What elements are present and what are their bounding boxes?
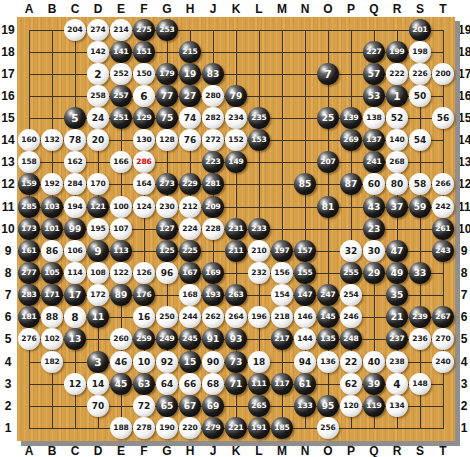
move-number: 254 bbox=[340, 284, 362, 306]
row-label-6: 6 bbox=[0, 310, 16, 324]
stone-D9[interactable]: 9 bbox=[87, 240, 109, 262]
stone-G5[interactable]: 249 bbox=[156, 328, 178, 350]
move-number: 80 bbox=[386, 173, 408, 195]
move-number: 226 bbox=[409, 63, 431, 85]
stone-A6[interactable]: 181 bbox=[18, 306, 40, 328]
stone-S16[interactable]: 50 bbox=[409, 85, 431, 107]
stone-R8[interactable]: 49 bbox=[386, 262, 408, 284]
stone-N9[interactable]: 157 bbox=[294, 240, 316, 262]
stone-J10[interactable]: 228 bbox=[202, 218, 224, 240]
stone-E9[interactable]: 113 bbox=[110, 240, 132, 262]
move-number: 235 bbox=[248, 107, 270, 129]
stone-D2[interactable]: 70 bbox=[87, 395, 109, 417]
stone-A12[interactable]: 159 bbox=[18, 173, 40, 195]
stone-K5[interactable]: 93 bbox=[225, 328, 247, 350]
stone-K13[interactable]: 149 bbox=[225, 151, 247, 173]
stone-Q18[interactable]: 227 bbox=[363, 41, 385, 63]
move-number: 224 bbox=[179, 218, 201, 240]
move-number: 240 bbox=[432, 351, 454, 373]
stone-E7[interactable]: 89 bbox=[110, 284, 132, 306]
stone-F17[interactable]: 150 bbox=[133, 63, 155, 85]
stone-C3[interactable]: 12 bbox=[64, 373, 86, 395]
stone-S14[interactable]: 54 bbox=[409, 129, 431, 151]
stone-E1[interactable]: 188 bbox=[110, 417, 132, 439]
stone-D16[interactable]: 258 bbox=[87, 85, 109, 107]
move-number: 262 bbox=[202, 306, 224, 328]
stone-S5[interactable]: 236 bbox=[409, 328, 431, 350]
stone-G1[interactable]: 190 bbox=[156, 417, 178, 439]
row-label-12: 12 bbox=[0, 177, 16, 191]
stone-T17[interactable]: 200 bbox=[432, 63, 454, 85]
stone-R17[interactable]: 222 bbox=[386, 63, 408, 85]
stone-P2[interactable]: 120 bbox=[340, 395, 362, 417]
stone-S19[interactable]: 201 bbox=[409, 19, 431, 41]
stone-H11[interactable]: 212 bbox=[179, 196, 201, 218]
stone-H2[interactable]: 67 bbox=[179, 395, 201, 417]
row-label-8: 8 bbox=[0, 266, 16, 280]
stone-P12[interactable]: 87 bbox=[340, 173, 362, 195]
move-number: 267 bbox=[432, 306, 454, 328]
move-number: 158 bbox=[18, 151, 40, 173]
stone-S3[interactable]: 148 bbox=[409, 373, 431, 395]
col-label-K: K bbox=[225, 2, 247, 16]
stone-S18[interactable]: 198 bbox=[409, 41, 431, 63]
stone-L6[interactable]: 196 bbox=[248, 306, 270, 328]
stone-G10[interactable]: 127 bbox=[156, 218, 178, 240]
move-number: 3 bbox=[87, 351, 109, 373]
stone-H17[interactable]: 19 bbox=[179, 63, 201, 85]
stone-O13[interactable]: 207 bbox=[317, 151, 339, 173]
stone-D11[interactable]: 121 bbox=[87, 196, 109, 218]
stone-D19[interactable]: 274 bbox=[87, 19, 109, 41]
stone-F12[interactable]: 164 bbox=[133, 173, 155, 195]
stone-A5[interactable]: 276 bbox=[18, 328, 40, 350]
stone-D15[interactable]: 24 bbox=[87, 107, 109, 129]
move-number: 250 bbox=[156, 306, 178, 328]
stone-H10[interactable]: 224 bbox=[179, 218, 201, 240]
move-number: 231 bbox=[225, 218, 247, 240]
stone-Q9[interactable]: 30 bbox=[363, 240, 385, 262]
stone-F5[interactable]: 259 bbox=[133, 328, 155, 350]
stone-A14[interactable]: 160 bbox=[18, 129, 40, 151]
move-number: 14 bbox=[87, 373, 109, 395]
stone-P4[interactable]: 22 bbox=[340, 351, 362, 373]
stone-T6[interactable]: 267 bbox=[432, 306, 454, 328]
stone-A10[interactable]: 173 bbox=[18, 218, 40, 240]
stone-N7[interactable]: 147 bbox=[294, 284, 316, 306]
stone-B12[interactable]: 192 bbox=[41, 173, 63, 195]
stone-N2[interactable]: 133 bbox=[294, 395, 316, 417]
stone-P3[interactable]: 62 bbox=[340, 373, 362, 395]
stone-R13[interactable]: 268 bbox=[386, 151, 408, 173]
stone-Q12[interactable]: 60 bbox=[363, 173, 385, 195]
stone-S8[interactable]: 33 bbox=[409, 262, 431, 284]
stone-R16[interactable]: 1 bbox=[386, 85, 408, 107]
stone-A7[interactable]: 283 bbox=[18, 284, 40, 306]
stone-Q3[interactable]: 39 bbox=[363, 373, 385, 395]
stone-R15[interactable]: 52 bbox=[386, 107, 408, 129]
stone-B10[interactable]: 101 bbox=[41, 218, 63, 240]
stone-T4[interactable]: 240 bbox=[432, 351, 454, 373]
stone-P6[interactable]: 246 bbox=[340, 306, 362, 328]
stone-H12[interactable]: 229 bbox=[179, 173, 201, 195]
stone-C9[interactable]: 106 bbox=[64, 240, 86, 262]
move-number: 141 bbox=[110, 41, 132, 63]
stone-R3[interactable]: 4 bbox=[386, 373, 408, 395]
stone-H9[interactable]: 225 bbox=[179, 240, 201, 262]
stone-M1[interactable]: 185 bbox=[271, 417, 293, 439]
stone-R5[interactable]: 237 bbox=[386, 328, 408, 350]
stone-J4[interactable]: 90 bbox=[202, 351, 224, 373]
stone-M8[interactable]: 156 bbox=[271, 262, 293, 284]
stone-J11[interactable]: 209 bbox=[202, 196, 224, 218]
stone-B5[interactable]: 102 bbox=[41, 328, 63, 350]
row-label-4: 4 bbox=[0, 355, 16, 369]
stone-H6[interactable]: 244 bbox=[179, 306, 201, 328]
stone-T10[interactable]: 261 bbox=[432, 218, 454, 240]
stone-G8[interactable]: 96 bbox=[156, 262, 178, 284]
stone-D3[interactable]: 14 bbox=[87, 373, 109, 395]
stone-F14[interactable]: 130 bbox=[133, 129, 155, 151]
stone-F16[interactable]: 6 bbox=[133, 85, 155, 107]
move-number: 124 bbox=[133, 196, 155, 218]
move-number: 102 bbox=[41, 328, 63, 350]
move-number: 247 bbox=[317, 284, 339, 306]
move-number: 1 bbox=[386, 85, 408, 107]
stone-K15[interactable]: 234 bbox=[225, 107, 247, 129]
move-number: 50 bbox=[409, 85, 431, 107]
stone-M9[interactable]: 197 bbox=[271, 240, 293, 262]
stone-O2[interactable]: 95 bbox=[317, 395, 339, 417]
stone-O11[interactable]: 81 bbox=[317, 196, 339, 218]
move-number: 160 bbox=[18, 129, 40, 151]
stone-N12[interactable]: 85 bbox=[294, 173, 316, 195]
stone-Q4[interactable]: 40 bbox=[363, 351, 385, 373]
stone-A13[interactable]: 158 bbox=[18, 151, 40, 173]
stone-K4[interactable]: 73 bbox=[225, 351, 247, 373]
stone-D18[interactable]: 142 bbox=[87, 41, 109, 63]
stone-H16[interactable]: 27 bbox=[179, 85, 201, 107]
stone-Q14[interactable]: 137 bbox=[363, 129, 385, 151]
stone-C10[interactable]: 99 bbox=[64, 218, 86, 240]
stone-G2[interactable]: 65 bbox=[156, 395, 178, 417]
stone-G14[interactable]: 128 bbox=[156, 129, 178, 151]
stone-G19[interactable]: 253 bbox=[156, 19, 178, 41]
stone-P14[interactable]: 269 bbox=[340, 129, 362, 151]
stone-T11[interactable]: 242 bbox=[432, 196, 454, 218]
stone-F19[interactable]: 275 bbox=[133, 19, 155, 41]
stone-O7[interactable]: 247 bbox=[317, 284, 339, 306]
stone-G6[interactable]: 250 bbox=[156, 306, 178, 328]
stone-C11[interactable]: 194 bbox=[64, 196, 86, 218]
move-number: 88 bbox=[41, 306, 63, 328]
stone-F7[interactable]: 176 bbox=[133, 284, 155, 306]
stone-L1[interactable]: 191 bbox=[248, 417, 270, 439]
stone-F6[interactable]: 16 bbox=[133, 306, 155, 328]
stone-C14[interactable]: 78 bbox=[64, 129, 86, 151]
stone-Q13[interactable]: 241 bbox=[363, 151, 385, 173]
stone-C8[interactable]: 114 bbox=[64, 262, 86, 284]
move-number: 171 bbox=[41, 284, 63, 306]
stone-C7[interactable]: 17 bbox=[64, 284, 86, 306]
stone-T9[interactable]: 243 bbox=[432, 240, 454, 262]
stone-B8[interactable]: 105 bbox=[41, 262, 63, 284]
stone-O5[interactable]: 135 bbox=[317, 328, 339, 350]
stone-D10[interactable]: 195 bbox=[87, 218, 109, 240]
stone-R4[interactable]: 238 bbox=[386, 351, 408, 373]
stone-M7[interactable]: 154 bbox=[271, 284, 293, 306]
stone-R14[interactable]: 140 bbox=[386, 129, 408, 151]
stone-R9[interactable]: 47 bbox=[386, 240, 408, 262]
move-number: 188 bbox=[110, 417, 132, 439]
row-label-13: 13 bbox=[0, 155, 16, 169]
stone-O15[interactable]: 25 bbox=[317, 107, 339, 129]
stone-Q17[interactable]: 57 bbox=[363, 63, 385, 85]
stone-J13[interactable]: 223 bbox=[202, 151, 224, 173]
stone-N3[interactable]: 61 bbox=[294, 373, 316, 395]
stone-E10[interactable]: 107 bbox=[110, 218, 132, 240]
stone-C13[interactable]: 162 bbox=[64, 151, 86, 173]
stone-F8[interactable]: 126 bbox=[133, 262, 155, 284]
stone-L4[interactable]: 18 bbox=[248, 351, 270, 373]
row-label-9: 9 bbox=[0, 244, 16, 258]
move-number: 68 bbox=[202, 373, 224, 395]
move-number: 210 bbox=[248, 240, 270, 262]
move-number: 221 bbox=[225, 417, 247, 439]
stone-O1[interactable]: 256 bbox=[317, 417, 339, 439]
stone-C19[interactable]: 204 bbox=[64, 19, 86, 41]
stone-R2[interactable]: 134 bbox=[386, 395, 408, 417]
stone-A11[interactable]: 285 bbox=[18, 196, 40, 218]
stone-Q16[interactable]: 53 bbox=[363, 85, 385, 107]
stone-J16[interactable]: 280 bbox=[202, 85, 224, 107]
col-label-P: P bbox=[340, 2, 362, 16]
stone-J12[interactable]: 281 bbox=[202, 173, 224, 195]
stone-M5[interactable]: 217 bbox=[271, 328, 293, 350]
stone-G17[interactable]: 179 bbox=[156, 63, 178, 85]
move-number: 86 bbox=[41, 240, 63, 262]
stone-F11[interactable]: 124 bbox=[133, 196, 155, 218]
stone-K9[interactable]: 211 bbox=[225, 240, 247, 262]
stone-T12[interactable]: 266 bbox=[432, 173, 454, 195]
move-number: 196 bbox=[248, 306, 270, 328]
stone-R6[interactable]: 21 bbox=[386, 306, 408, 328]
stone-J1[interactable]: 279 bbox=[202, 417, 224, 439]
move-number: 132 bbox=[41, 129, 63, 151]
stone-D6[interactable]: 11 bbox=[87, 306, 109, 328]
stone-H18[interactable]: 215 bbox=[179, 41, 201, 63]
stone-B9[interactable]: 86 bbox=[41, 240, 63, 262]
move-number: 173 bbox=[18, 218, 40, 240]
move-number: 234 bbox=[225, 107, 247, 129]
stone-K10[interactable]: 231 bbox=[225, 218, 247, 240]
move-number: 126 bbox=[133, 262, 155, 284]
move-number: 139 bbox=[340, 107, 362, 129]
stone-F18[interactable]: 151 bbox=[133, 41, 155, 63]
stone-C5[interactable]: 13 bbox=[64, 328, 86, 350]
stone-E19[interactable]: 214 bbox=[110, 19, 132, 41]
stone-E3[interactable]: 45 bbox=[110, 373, 132, 395]
stone-A9[interactable]: 161 bbox=[18, 240, 40, 262]
stone-Q11[interactable]: 43 bbox=[363, 196, 385, 218]
stone-P8[interactable]: 255 bbox=[340, 262, 362, 284]
stone-G16[interactable]: 77 bbox=[156, 85, 178, 107]
move-number: 53 bbox=[363, 85, 385, 107]
move-number: 204 bbox=[64, 19, 86, 41]
stone-H4[interactable]: 15 bbox=[179, 351, 201, 373]
stone-L8[interactable]: 232 bbox=[248, 262, 270, 284]
stone-H3[interactable]: 66 bbox=[179, 373, 201, 395]
stone-B11[interactable]: 103 bbox=[41, 196, 63, 218]
stone-E17[interactable]: 252 bbox=[110, 63, 132, 85]
stone-P15[interactable]: 139 bbox=[340, 107, 362, 129]
stone-E8[interactable]: 122 bbox=[110, 262, 132, 284]
stone-D14[interactable]: 20 bbox=[87, 129, 109, 151]
move-number: 179 bbox=[156, 63, 178, 85]
stone-Q10[interactable]: 23 bbox=[363, 218, 385, 240]
stone-M6[interactable]: 218 bbox=[271, 306, 293, 328]
stone-L3[interactable]: 111 bbox=[248, 373, 270, 395]
stone-G9[interactable]: 125 bbox=[156, 240, 178, 262]
move-number: 280 bbox=[202, 85, 224, 107]
move-number: 11 bbox=[87, 306, 109, 328]
stone-F1[interactable]: 278 bbox=[133, 417, 155, 439]
move-number: 269 bbox=[340, 129, 362, 151]
stone-P7[interactable]: 254 bbox=[340, 284, 362, 306]
stone-K14[interactable]: 152 bbox=[225, 129, 247, 151]
stone-K16[interactable]: 79 bbox=[225, 85, 247, 107]
stone-H5[interactable]: 245 bbox=[179, 328, 201, 350]
move-number: 225 bbox=[179, 240, 201, 262]
move-number: 79 bbox=[225, 85, 247, 107]
stone-G12[interactable]: 273 bbox=[156, 173, 178, 195]
stone-H14[interactable]: 76 bbox=[179, 129, 201, 151]
stone-C12[interactable]: 284 bbox=[64, 173, 86, 195]
stone-M3[interactable]: 117 bbox=[271, 373, 293, 395]
move-number: 49 bbox=[386, 262, 408, 284]
stone-F4[interactable]: 10 bbox=[133, 351, 155, 373]
stone-E4[interactable]: 46 bbox=[110, 351, 132, 373]
stone-F13-last-move[interactable]: 286 bbox=[133, 151, 155, 173]
stone-S17[interactable]: 226 bbox=[409, 63, 431, 85]
stone-N8[interactable]: 155 bbox=[294, 262, 316, 284]
stone-D17[interactable]: 2 bbox=[87, 63, 109, 85]
row-label-5: 5 bbox=[0, 332, 16, 346]
stone-Q2[interactable]: 119 bbox=[363, 395, 385, 417]
stone-G4[interactable]: 92 bbox=[156, 351, 178, 373]
stone-S6[interactable]: 239 bbox=[409, 306, 431, 328]
stone-D4[interactable]: 3 bbox=[87, 351, 109, 373]
stone-K6[interactable]: 264 bbox=[225, 306, 247, 328]
stone-L2[interactable]: 265 bbox=[248, 395, 270, 417]
stone-R11[interactable]: 37 bbox=[386, 196, 408, 218]
stone-D7[interactable]: 172 bbox=[87, 284, 109, 306]
stone-O6[interactable]: 145 bbox=[317, 306, 339, 328]
move-number: 258 bbox=[87, 85, 109, 107]
stone-P5[interactable]: 248 bbox=[340, 328, 362, 350]
move-number: 170 bbox=[87, 173, 109, 195]
stone-B6[interactable]: 88 bbox=[41, 306, 63, 328]
stone-E18[interactable]: 141 bbox=[110, 41, 132, 63]
stone-J14[interactable]: 272 bbox=[202, 129, 224, 151]
move-number: 70 bbox=[87, 395, 109, 417]
stone-J3[interactable]: 68 bbox=[202, 373, 224, 395]
stone-E5[interactable]: 260 bbox=[110, 328, 132, 350]
stone-J6[interactable]: 262 bbox=[202, 306, 224, 328]
move-number: 19 bbox=[179, 63, 201, 85]
stone-B4[interactable]: 182 bbox=[41, 351, 63, 373]
stone-S12[interactable]: 58 bbox=[409, 173, 431, 195]
stone-L9[interactable]: 210 bbox=[248, 240, 270, 262]
stone-D12[interactable]: 170 bbox=[87, 173, 109, 195]
stone-Q15[interactable]: 138 bbox=[363, 107, 385, 129]
stone-C6[interactable]: 8 bbox=[64, 306, 86, 328]
stone-J8[interactable]: 169 bbox=[202, 262, 224, 284]
stone-E13[interactable]: 166 bbox=[110, 151, 132, 173]
go-board[interactable]: 2042742142752532011421411512152271991982… bbox=[17, 17, 455, 441]
stone-E16[interactable]: 257 bbox=[110, 85, 132, 107]
stone-K3[interactable]: 71 bbox=[225, 373, 247, 395]
stone-O4[interactable]: 136 bbox=[317, 351, 339, 373]
stone-G15[interactable]: 75 bbox=[156, 107, 178, 129]
stone-J17[interactable]: 83 bbox=[202, 63, 224, 85]
stone-A8[interactable]: 277 bbox=[18, 262, 40, 284]
stone-N6[interactable]: 146 bbox=[294, 306, 316, 328]
stone-H8[interactable]: 167 bbox=[179, 262, 201, 284]
stone-K1[interactable]: 221 bbox=[225, 417, 247, 439]
stone-H15[interactable]: 74 bbox=[179, 107, 201, 129]
stone-H7[interactable]: 168 bbox=[179, 284, 201, 306]
stone-L14[interactable]: 153 bbox=[248, 129, 270, 151]
stone-R7[interactable]: 35 bbox=[386, 284, 408, 306]
board-shadow-right bbox=[455, 21, 460, 445]
stone-D8[interactable]: 108 bbox=[87, 262, 109, 284]
stone-S11[interactable]: 59 bbox=[409, 196, 431, 218]
stone-N5[interactable]: 144 bbox=[294, 328, 316, 350]
stone-T15[interactable]: 56 bbox=[432, 107, 454, 129]
stone-F2[interactable]: 72 bbox=[133, 395, 155, 417]
stone-J15[interactable]: 282 bbox=[202, 107, 224, 129]
stone-O17[interactable]: 7 bbox=[317, 63, 339, 85]
stone-G11[interactable]: 230 bbox=[156, 196, 178, 218]
stone-L10[interactable]: 233 bbox=[248, 218, 270, 240]
stone-L15[interactable]: 235 bbox=[248, 107, 270, 129]
stone-E15[interactable]: 251 bbox=[110, 107, 132, 129]
stone-B14[interactable]: 132 bbox=[41, 129, 63, 151]
stone-J7[interactable]: 193 bbox=[202, 284, 224, 306]
stone-H1[interactable]: 220 bbox=[179, 417, 201, 439]
stone-T5[interactable]: 270 bbox=[432, 328, 454, 350]
stone-P9[interactable]: 32 bbox=[340, 240, 362, 262]
stone-K7[interactable]: 263 bbox=[225, 284, 247, 306]
stone-R12[interactable]: 80 bbox=[386, 173, 408, 195]
move-number: 212 bbox=[179, 196, 201, 218]
stone-B7[interactable]: 171 bbox=[41, 284, 63, 306]
move-number: 73 bbox=[225, 351, 247, 373]
stone-E11[interactable]: 100 bbox=[110, 196, 132, 218]
row-label-11: 11 bbox=[0, 200, 16, 214]
stone-R18[interactable]: 199 bbox=[386, 41, 408, 63]
stone-J2[interactable]: 69 bbox=[202, 395, 224, 417]
stone-Q8[interactable]: 29 bbox=[363, 262, 385, 284]
stone-N4[interactable]: 94 bbox=[294, 351, 316, 373]
stone-G3[interactable]: 64 bbox=[156, 373, 178, 395]
stone-F15[interactable]: 129 bbox=[133, 107, 155, 129]
stone-C15[interactable]: 5 bbox=[64, 107, 86, 129]
move-number: 157 bbox=[294, 240, 316, 262]
stone-J5[interactable]: 91 bbox=[202, 328, 224, 350]
stone-F3[interactable]: 63 bbox=[133, 373, 155, 395]
